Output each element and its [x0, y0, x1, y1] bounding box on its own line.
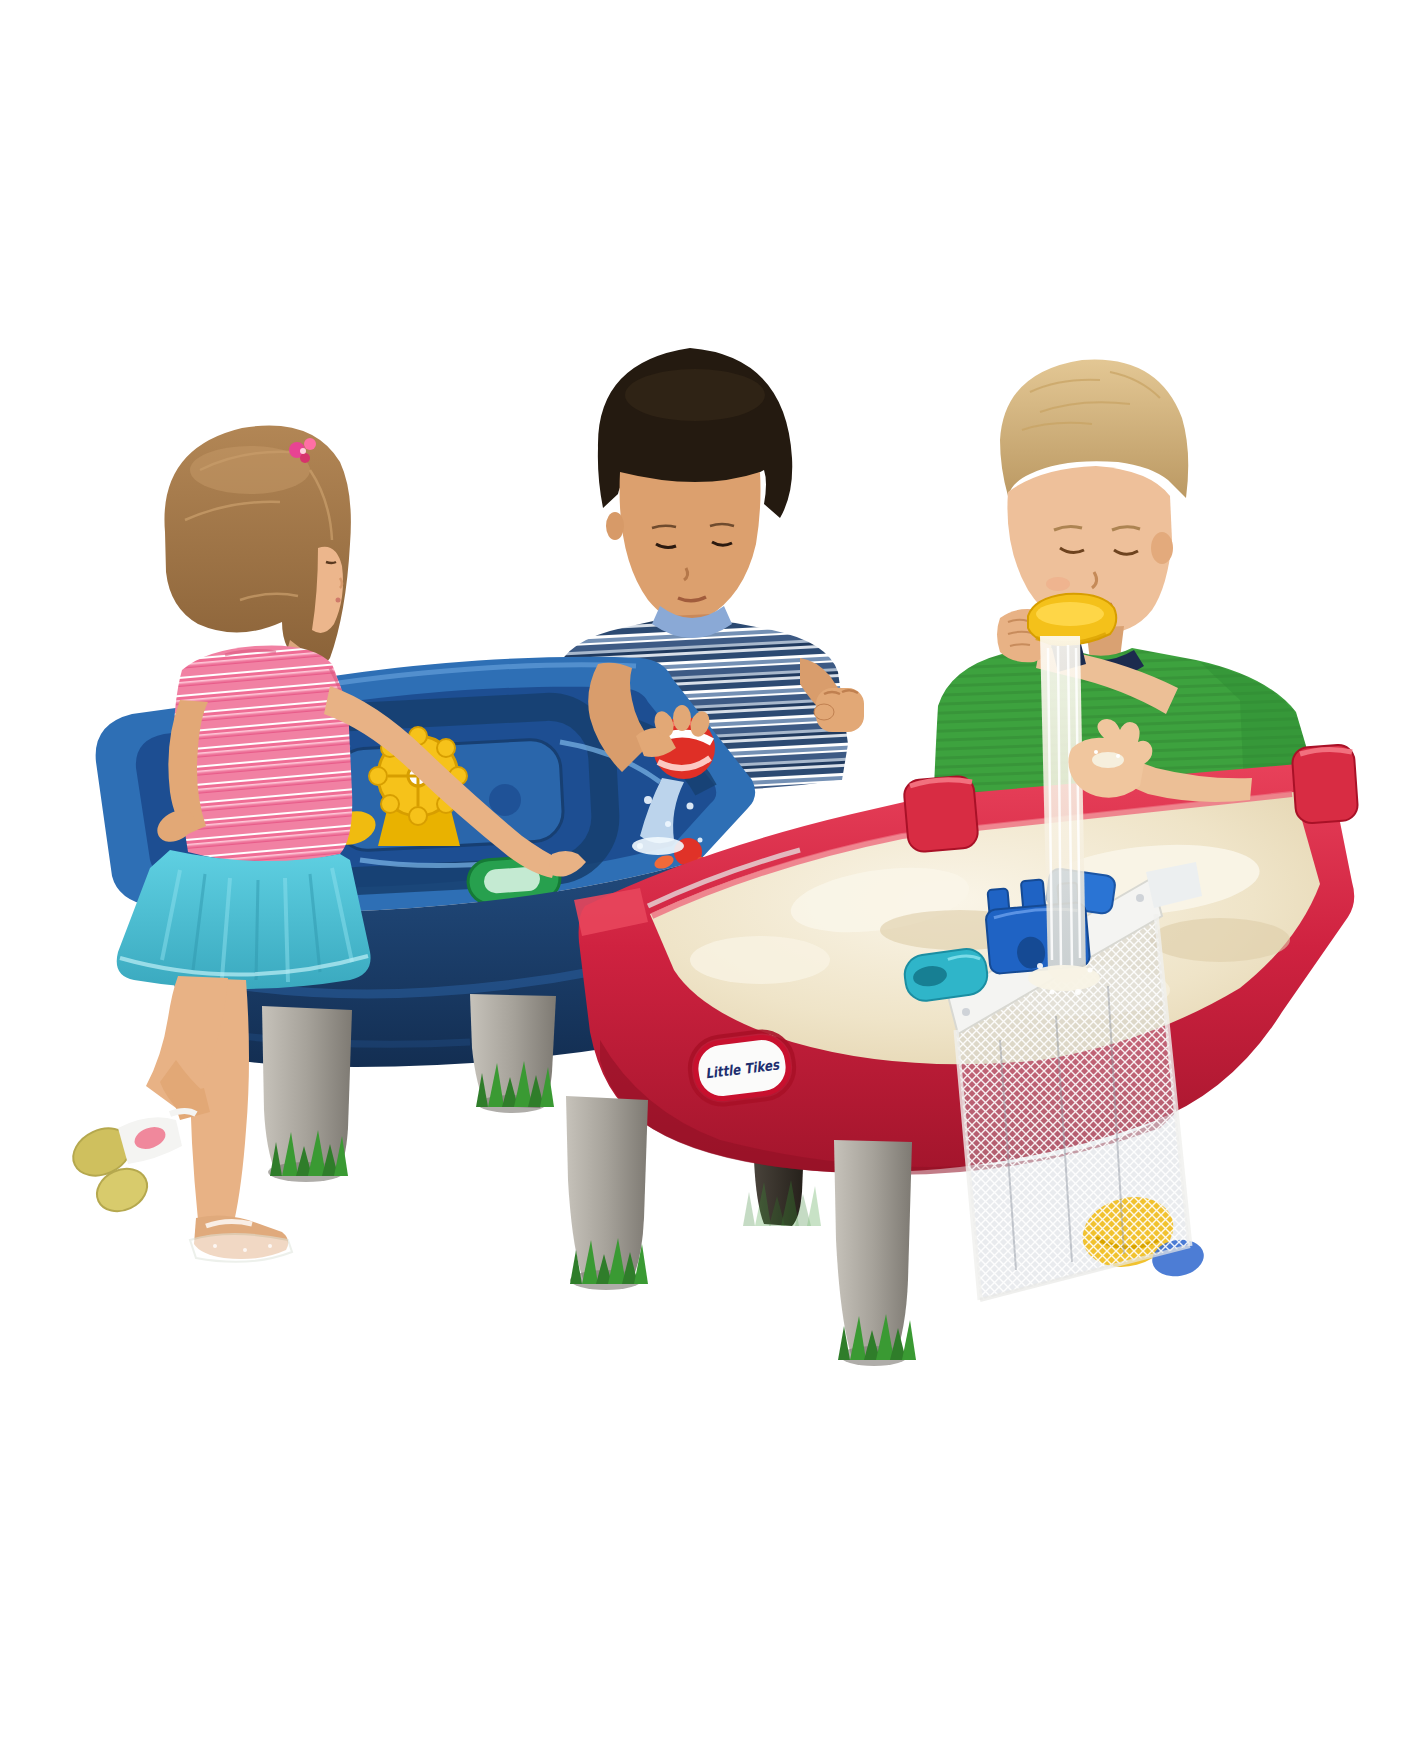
scene-illustration: Little Tikes	[0, 0, 1404, 1764]
strap-rivet-left	[962, 1008, 970, 1016]
sand-shadow-2	[1150, 918, 1290, 962]
right-boy-ear	[1151, 532, 1173, 564]
sand-mound-3	[690, 936, 830, 984]
product-photo: Little Tikes	[0, 0, 1404, 1764]
island-basin-2	[489, 784, 521, 816]
sand-table-leg-left	[566, 1096, 648, 1290]
girl-pink-top	[174, 645, 353, 862]
strap-rivet-right	[1136, 894, 1144, 902]
right-boy-cheek	[1046, 577, 1070, 591]
girl-eyelash	[326, 562, 336, 563]
girl-mouth	[336, 598, 341, 603]
middle-boy-right-fist	[814, 688, 864, 732]
water-table-leg-left	[262, 1006, 352, 1182]
middle-boy-hair-sheen	[625, 369, 765, 421]
water-table-leg-right	[470, 994, 556, 1113]
middle-boy-ear	[606, 512, 624, 540]
